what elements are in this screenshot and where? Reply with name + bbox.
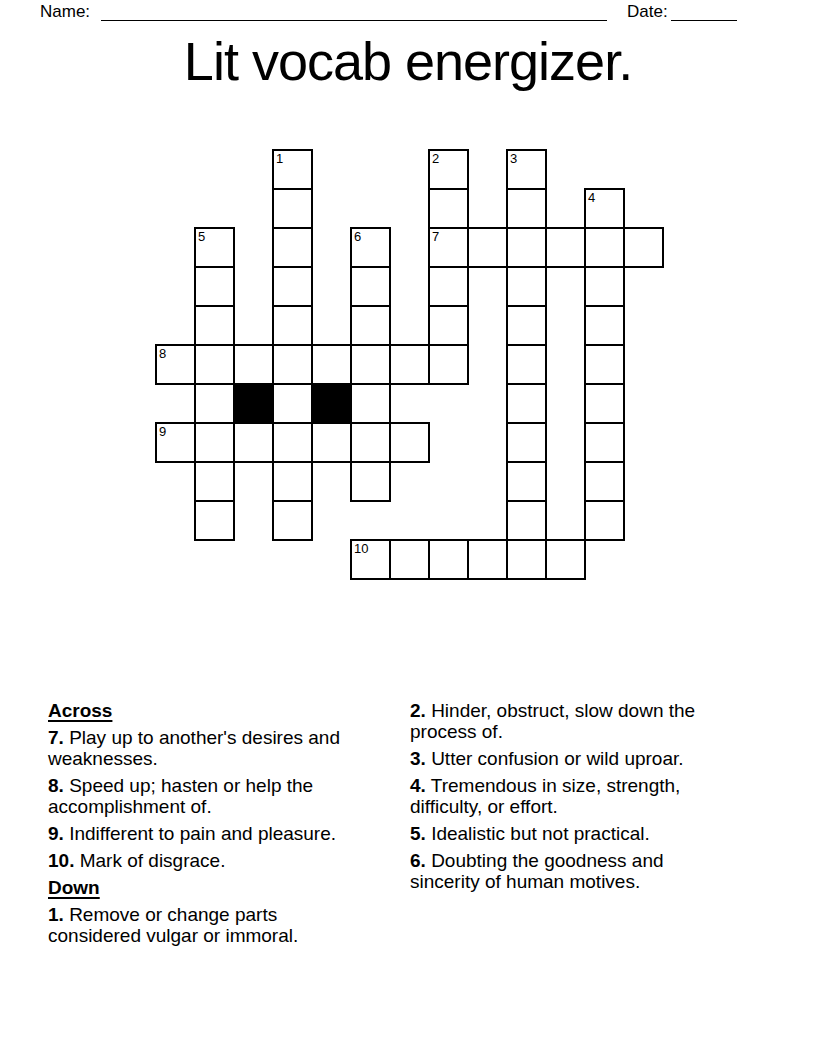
grid-cell-r7c4[interactable]: [311, 422, 352, 463]
grid-cell-r7c0[interactable]: 9: [155, 422, 196, 463]
grid-cell-r2c11[interactable]: [584, 227, 625, 268]
crossword-grid: 12345678910: [155, 149, 664, 580]
grid-cell-r3c1[interactable]: [194, 266, 235, 307]
clue-number-label: 10.: [48, 850, 74, 871]
grid-cell-r3c3[interactable]: [272, 266, 313, 307]
clue-number-5: 5: [198, 230, 205, 243]
grid-cell-r2c10[interactable]: [545, 227, 586, 268]
clue-number-label: 3.: [410, 748, 426, 769]
clue-number-3: 3: [510, 152, 517, 165]
black-cell: [233, 383, 274, 424]
grid-cell-r6c1[interactable]: [194, 383, 235, 424]
grid-cell-r10c8[interactable]: [467, 539, 508, 580]
clue-2: 2. Hinder, obstruct, slow down theproces…: [410, 700, 780, 742]
grid-cell-r6c5[interactable]: [350, 383, 391, 424]
grid-cell-r8c5[interactable]: [350, 461, 391, 502]
clue-number-6: 6: [354, 230, 361, 243]
clue-number-9: 9: [159, 425, 166, 438]
grid-cell-r8c3[interactable]: [272, 461, 313, 502]
grid-cell-r2c9[interactable]: [506, 227, 547, 268]
clue-7: 7. Play up to another's desires andweakn…: [48, 727, 408, 769]
grid-cell-r4c7[interactable]: [428, 305, 469, 346]
grid-cell-r2c8[interactable]: [467, 227, 508, 268]
grid-cell-r2c7[interactable]: 7: [428, 227, 469, 268]
clue-number-10: 10: [354, 542, 368, 555]
grid-cell-r5c11[interactable]: [584, 344, 625, 385]
grid-cell-r7c2[interactable]: [233, 422, 274, 463]
grid-cell-r3c7[interactable]: [428, 266, 469, 307]
clue-10: 10. Mark of disgrace.: [48, 850, 408, 871]
grid-cell-r5c9[interactable]: [506, 344, 547, 385]
grid-cell-r9c1[interactable]: [194, 500, 235, 541]
grid-cell-r2c1[interactable]: 5: [194, 227, 235, 268]
clue-number-8: 8: [159, 347, 166, 360]
clue-number-4: 4: [588, 191, 595, 204]
clue-number-label: 8.: [48, 775, 64, 796]
grid-cell-r0c3[interactable]: 1: [272, 149, 313, 190]
grid-cell-r1c3[interactable]: [272, 188, 313, 229]
grid-cell-r1c11[interactable]: 4: [584, 188, 625, 229]
grid-cell-r4c9[interactable]: [506, 305, 547, 346]
clue-4: 4. Tremendous in size, strength,difficul…: [410, 775, 780, 817]
section-header-label: Across: [48, 700, 112, 721]
grid-cell-r5c7[interactable]: [428, 344, 469, 385]
grid-cell-r0c9[interactable]: 3: [506, 149, 547, 190]
date-blank-line[interactable]: [671, 4, 737, 21]
grid-cell-r8c11[interactable]: [584, 461, 625, 502]
grid-cell-r9c11[interactable]: [584, 500, 625, 541]
grid-cell-r5c0[interactable]: 8: [155, 344, 196, 385]
grid-cell-r5c1[interactable]: [194, 344, 235, 385]
clue-number-label: 1.: [48, 904, 64, 925]
grid-cell-r6c3[interactable]: [272, 383, 313, 424]
grid-cell-r7c9[interactable]: [506, 422, 547, 463]
grid-cell-r7c3[interactable]: [272, 422, 313, 463]
grid-cell-r1c7[interactable]: [428, 188, 469, 229]
clue-5: 5. Idealistic but not practical.: [410, 823, 780, 844]
grid-cell-r3c5[interactable]: [350, 266, 391, 307]
grid-cell-r2c5[interactable]: 6: [350, 227, 391, 268]
grid-cell-r10c7[interactable]: [428, 539, 469, 580]
grid-cell-r9c3[interactable]: [272, 500, 313, 541]
grid-cell-r7c1[interactable]: [194, 422, 235, 463]
grid-cell-r7c6[interactable]: [389, 422, 430, 463]
black-cell: [311, 383, 352, 424]
grid-cell-r3c11[interactable]: [584, 266, 625, 307]
name-label: Name:: [40, 2, 90, 22]
clue-number-label: 4.: [410, 775, 426, 796]
grid-cell-r1c9[interactable]: [506, 188, 547, 229]
grid-cell-r4c11[interactable]: [584, 305, 625, 346]
grid-cell-r6c11[interactable]: [584, 383, 625, 424]
grid-cell-r0c7[interactable]: 2: [428, 149, 469, 190]
grid-cell-r4c3[interactable]: [272, 305, 313, 346]
grid-cell-r7c11[interactable]: [584, 422, 625, 463]
clue-9: 9. Indifferent to pain and pleasure.: [48, 823, 408, 844]
grid-cell-r5c4[interactable]: [311, 344, 352, 385]
clue-3: 3. Utter confusion or wild uproar.: [410, 748, 780, 769]
grid-cell-r2c3[interactable]: [272, 227, 313, 268]
grid-cell-r3c9[interactable]: [506, 266, 547, 307]
clue-1: 1. Remove or change partsconsidered vulg…: [48, 904, 408, 946]
clue-number-label: 6.: [410, 850, 426, 871]
clue-number-label: 7.: [48, 727, 64, 748]
clue-6: 6. Doubting the goodness andsincerity of…: [410, 850, 780, 892]
grid-cell-r4c5[interactable]: [350, 305, 391, 346]
date-label: Date:: [627, 2, 668, 22]
grid-cell-r10c10[interactable]: [545, 539, 586, 580]
clue-number-label: 9.: [48, 823, 64, 844]
clue-number-1: 1: [276, 152, 283, 165]
clues-section-header-down: Down: [48, 877, 408, 898]
grid-cell-r10c5[interactable]: 10: [350, 539, 391, 580]
grid-cell-r6c9[interactable]: [506, 383, 547, 424]
name-blank-line[interactable]: [101, 4, 607, 21]
page-title: Lit vocab energizer.: [0, 32, 816, 90]
clue-number-2: 2: [432, 152, 439, 165]
clue-8: 8. Speed up; hasten or help theaccomplis…: [48, 775, 408, 817]
clue-number-label: 2.: [410, 700, 426, 721]
clues-right-column: 2. Hinder, obstruct, slow down theproces…: [410, 700, 780, 898]
grid-cell-r8c9[interactable]: [506, 461, 547, 502]
section-header-label: Down: [48, 877, 100, 898]
grid-cell-r4c1[interactable]: [194, 305, 235, 346]
grid-cell-r5c6[interactable]: [389, 344, 430, 385]
grid-cell-r7c5[interactable]: [350, 422, 391, 463]
grid-cell-r5c5[interactable]: [350, 344, 391, 385]
clues-left-column: Across7. Play up to another's desires an…: [48, 700, 408, 952]
grid-cell-r10c9[interactable]: [506, 539, 547, 580]
grid-cell-r5c3[interactable]: [272, 344, 313, 385]
clue-number-7: 7: [432, 230, 439, 243]
clue-number-label: 5.: [410, 823, 426, 844]
grid-cell-r10c6[interactable]: [389, 539, 430, 580]
grid-cell-r8c1[interactable]: [194, 461, 235, 502]
grid-cell-r2c12[interactable]: [623, 227, 664, 268]
grid-cell-r9c9[interactable]: [506, 500, 547, 541]
grid-cell-r5c2[interactable]: [233, 344, 274, 385]
clues-section-header-across: Across: [48, 700, 408, 721]
